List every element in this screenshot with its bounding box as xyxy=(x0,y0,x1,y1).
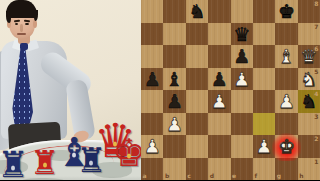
square-b5[interactable]: ♝ xyxy=(163,68,185,91)
rank-label-3: 3 xyxy=(314,114,318,120)
square-h8[interactable]: 8 xyxy=(298,0,320,23)
square-b6[interactable] xyxy=(163,45,185,68)
square-g6[interactable]: ♝ xyxy=(275,45,297,68)
square-c3[interactable] xyxy=(186,113,208,136)
rank-label-1: 1 xyxy=(314,159,318,165)
square-h2[interactable]: 2 xyxy=(298,135,320,158)
hair-side-right xyxy=(34,10,38,21)
eye-right xyxy=(25,23,29,25)
square-e1[interactable]: e xyxy=(231,158,253,181)
player-photo-panel: ♜♜♝♜♛♚ xyxy=(0,0,141,180)
square-d1[interactable]: d xyxy=(208,158,230,181)
square-b8[interactable] xyxy=(163,0,185,23)
file-label-h: h xyxy=(299,173,303,179)
square-f7[interactable] xyxy=(253,23,275,46)
square-g1[interactable]: g xyxy=(275,158,297,181)
square-e4[interactable] xyxy=(231,90,253,113)
rank-label-7: 7 xyxy=(314,24,318,30)
square-h6[interactable]: ♛6 xyxy=(298,45,320,68)
square-d4[interactable]: ♟ xyxy=(208,90,230,113)
black-pawn[interactable]: ♟ xyxy=(233,45,250,68)
rank-label-5: 5 xyxy=(314,69,318,75)
black-pawn[interactable]: ♟ xyxy=(211,68,228,91)
square-a6[interactable] xyxy=(141,45,163,68)
square-c1[interactable]: c xyxy=(186,158,208,181)
piece-emblem xyxy=(43,163,47,168)
file-label-a: a xyxy=(143,173,147,179)
white-bishop[interactable]: ♝ xyxy=(278,45,295,68)
file-label-f: f xyxy=(254,173,257,179)
white-pawn[interactable]: ♟ xyxy=(278,90,295,113)
white-pawn[interactable]: ♟ xyxy=(166,113,183,136)
square-h7[interactable]: 7 xyxy=(298,23,320,46)
white-pawn[interactable]: ♟ xyxy=(144,135,161,158)
square-e6[interactable]: ♟ xyxy=(231,45,253,68)
square-c8[interactable]: ♞ xyxy=(186,0,208,23)
white-pawn[interactable]: ♟ xyxy=(233,68,250,91)
tie-knot xyxy=(20,43,28,50)
square-e5[interactable]: ♟ xyxy=(231,68,253,91)
black-queen[interactable]: ♛ xyxy=(233,23,250,46)
square-d3[interactable] xyxy=(208,113,230,136)
file-label-e: e xyxy=(232,173,236,179)
ear-right xyxy=(33,20,37,28)
square-a4[interactable] xyxy=(141,90,163,113)
square-f6[interactable] xyxy=(253,45,275,68)
rank-label-4: 4 xyxy=(314,91,318,97)
square-a3[interactable] xyxy=(141,113,163,136)
square-h3[interactable]: 3 xyxy=(298,113,320,136)
square-g8[interactable]: ♚ xyxy=(275,0,297,23)
square-h4[interactable]: ♞4 xyxy=(298,90,320,113)
square-d6[interactable] xyxy=(208,45,230,68)
square-c7[interactable] xyxy=(186,23,208,46)
white-pawn[interactable]: ♟ xyxy=(256,135,273,158)
square-g7[interactable] xyxy=(275,23,297,46)
hair-side-left xyxy=(6,11,11,23)
square-e7[interactable]: ♛ xyxy=(231,23,253,46)
square-c2[interactable] xyxy=(186,135,208,158)
rank-label-8: 8 xyxy=(314,1,318,7)
black-pawn[interactable]: ♟ xyxy=(144,68,161,91)
eyebrow-left xyxy=(13,20,19,22)
decorative-chess-piece-1: ♜ xyxy=(0,147,29,180)
square-b1[interactable]: b xyxy=(163,158,185,181)
square-c6[interactable] xyxy=(186,45,208,68)
piece-emblem xyxy=(127,154,131,159)
square-f2[interactable]: ♟ xyxy=(253,135,275,158)
file-label-b: b xyxy=(165,173,169,179)
square-g2[interactable]: ♚ xyxy=(275,135,297,158)
square-f5[interactable] xyxy=(253,68,275,91)
square-h1[interactable]: 1h xyxy=(298,158,320,181)
square-e8[interactable] xyxy=(231,0,253,23)
mouth xyxy=(17,33,26,35)
square-f1[interactable]: f xyxy=(253,158,275,181)
square-a2[interactable]: ♟ xyxy=(141,135,163,158)
file-label-c: c xyxy=(187,173,191,179)
square-b4[interactable]: ♟ xyxy=(163,90,185,113)
white-pawn[interactable]: ♟ xyxy=(211,90,228,113)
thumbnail-stage: ♜♜♝♜♛♚ ♞♚8♛7♟♝♛6♟♝♟♟♞5♟♟♟♞4♟3♟♟♚2abcdefg… xyxy=(0,0,320,180)
square-d7[interactable] xyxy=(208,23,230,46)
square-f8[interactable] xyxy=(253,0,275,23)
decorative-chess-piece-6: ♚ xyxy=(112,134,141,172)
square-a8[interactable] xyxy=(141,0,163,23)
square-e3[interactable] xyxy=(231,113,253,136)
eyebrow-right xyxy=(24,20,30,22)
white-king[interactable]: ♚ xyxy=(278,135,295,158)
square-e2[interactable] xyxy=(231,135,253,158)
piece-emblem xyxy=(89,160,93,165)
square-b2[interactable] xyxy=(163,135,185,158)
rank-label-6: 6 xyxy=(314,46,318,52)
piece-emblem xyxy=(11,165,15,170)
square-c5[interactable] xyxy=(186,68,208,91)
rank-label-2: 2 xyxy=(314,136,318,142)
black-bishop[interactable]: ♝ xyxy=(166,68,183,91)
square-d5[interactable]: ♟ xyxy=(208,68,230,91)
square-d8[interactable] xyxy=(208,0,230,23)
file-label-d: d xyxy=(210,173,214,179)
square-b3[interactable]: ♟ xyxy=(163,113,185,136)
square-f4[interactable] xyxy=(253,90,275,113)
square-g4[interactable]: ♟ xyxy=(275,90,297,113)
square-g5[interactable] xyxy=(275,68,297,91)
square-a7[interactable] xyxy=(141,23,163,46)
black-knight[interactable]: ♞ xyxy=(188,0,205,23)
chess-board[interactable]: ♞♚8♛7♟♝♛6♟♝♟♟♞5♟♟♟♞4♟3♟♟♚2abcdefg1h xyxy=(141,0,320,180)
square-d2[interactable] xyxy=(208,135,230,158)
square-a5[interactable]: ♟ xyxy=(141,68,163,91)
square-b7[interactable] xyxy=(163,23,185,46)
square-h5[interactable]: ♞5 xyxy=(298,68,320,91)
black-pawn[interactable]: ♟ xyxy=(166,90,183,113)
file-label-g: g xyxy=(277,173,281,179)
black-king[interactable]: ♚ xyxy=(278,0,295,23)
square-a1[interactable]: a xyxy=(141,158,163,181)
square-c4[interactable] xyxy=(186,90,208,113)
